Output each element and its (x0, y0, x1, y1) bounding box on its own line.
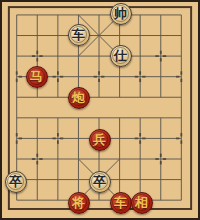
piece-red-soldier[interactable]: 兵 (89, 129, 111, 151)
pieces-grid: 帅车仕马炮兵卒卒将车相 (5, 3, 194, 213)
piece-black-soldier[interactable]: 卒 (5, 171, 27, 193)
piece-glyph: 马 (30, 70, 43, 83)
piece-black-soldier[interactable]: 卒 (89, 171, 111, 193)
xiangqi-board[interactable]: 帅车仕马炮兵卒卒将车相 (0, 0, 200, 220)
piece-glyph: 仕 (114, 49, 127, 62)
piece-glyph: 车 (114, 196, 127, 209)
piece-glyph: 卒 (9, 175, 22, 188)
piece-red-chariot[interactable]: 车 (110, 192, 132, 214)
piece-glyph: 帅 (114, 7, 127, 20)
piece-glyph: 相 (135, 196, 148, 209)
piece-red-horse[interactable]: 马 (26, 66, 48, 88)
piece-glyph: 兵 (93, 133, 106, 146)
piece-glyph: 卒 (93, 175, 106, 188)
piece-black-advisor[interactable]: 仕 (110, 45, 132, 67)
piece-red-general[interactable]: 将 (68, 192, 90, 214)
piece-red-cannon[interactable]: 炮 (68, 87, 90, 109)
piece-glyph: 将 (72, 196, 85, 209)
piece-red-minister[interactable]: 相 (131, 192, 153, 214)
piece-black-chariot[interactable]: 车 (68, 24, 90, 46)
piece-glyph: 炮 (72, 91, 85, 104)
piece-black-general[interactable]: 帅 (110, 3, 132, 25)
piece-glyph: 车 (72, 28, 85, 41)
